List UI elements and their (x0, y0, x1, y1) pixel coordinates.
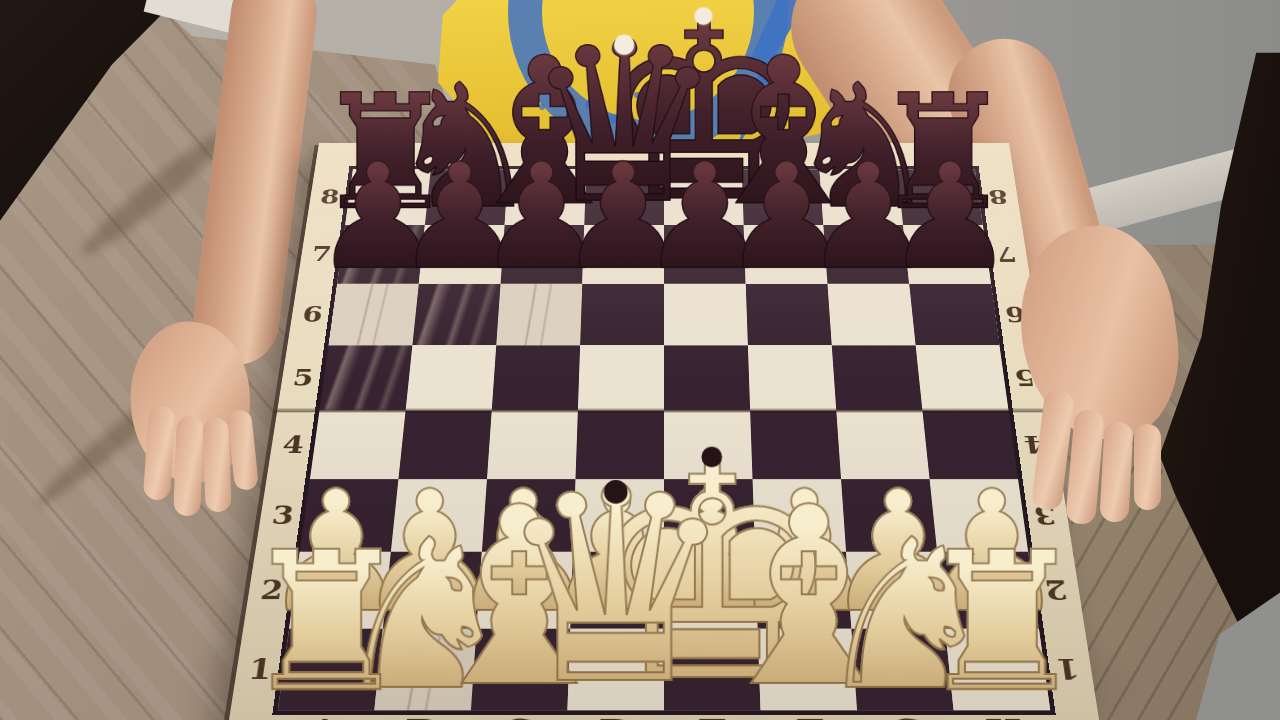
square-d6[interactable] (580, 284, 664, 346)
square-c6[interactable] (496, 284, 582, 346)
square-h7[interactable]: ♟ (903, 225, 991, 284)
square-d1[interactable]: ♛ (567, 629, 664, 711)
square-d5[interactable] (578, 345, 664, 410)
coord-label-5: 5 (277, 345, 328, 410)
coord-label-h: H (954, 710, 1056, 720)
square-a6[interactable] (328, 284, 418, 346)
square-h6[interactable] (909, 284, 999, 346)
square-g6[interactable] (827, 284, 915, 346)
square-f6[interactable] (746, 284, 832, 346)
coord-label-d: D (566, 710, 664, 720)
coord-label-f: F (761, 710, 860, 720)
square-g5[interactable] (832, 345, 923, 410)
coord-label-c: C (468, 710, 567, 720)
square-c5[interactable] (492, 345, 580, 410)
square-e5[interactable] (664, 345, 750, 410)
black-finial (604, 480, 627, 503)
photo-scene: ♜♞♝♛♚♝♞♜♟♟♟♟♟♟♟♟♟♟♟♟♟♟♟♟♜♞♝♛♚♝♞♜ 8765432… (0, 0, 1280, 720)
finger (1099, 421, 1133, 522)
file-labels-bottom: ABCDEFGH (272, 710, 1056, 720)
piece-white-rook[interactable]: ♜ (240, 536, 412, 709)
finger (1134, 424, 1161, 510)
piece-white-queen[interactable]: ♛ (494, 465, 737, 709)
square-a1[interactable]: ♜ (278, 629, 383, 711)
chess-board: ♜♞♝♛♚♝♞♜♟♟♟♟♟♟♟♟♟♟♟♟♟♟♟♟♜♞♝♛♚♝♞♜ 8765432… (224, 143, 1104, 720)
square-a5[interactable] (319, 345, 412, 410)
finger (173, 416, 203, 517)
board-grid: ♜♞♝♛♚♝♞♜♟♟♟♟♟♟♟♟♟♟♟♟♟♟♟♟♜♞♝♛♚♝♞♜ (278, 169, 1050, 710)
square-h5[interactable] (916, 345, 1009, 410)
square-b6[interactable] (412, 284, 500, 346)
square-f5[interactable] (748, 345, 836, 410)
square-b5[interactable] (406, 345, 497, 410)
coord-label-a: A (272, 710, 374, 720)
coord-label-e: E (664, 710, 762, 720)
white-finial (615, 35, 634, 54)
coord-label-g: G (857, 710, 958, 720)
coord-label-6: 6 (287, 284, 337, 346)
square-e6[interactable] (664, 284, 748, 346)
coord-label-b: B (370, 710, 471, 720)
finger (202, 418, 231, 513)
square-h1[interactable]: ♜ (945, 629, 1050, 711)
